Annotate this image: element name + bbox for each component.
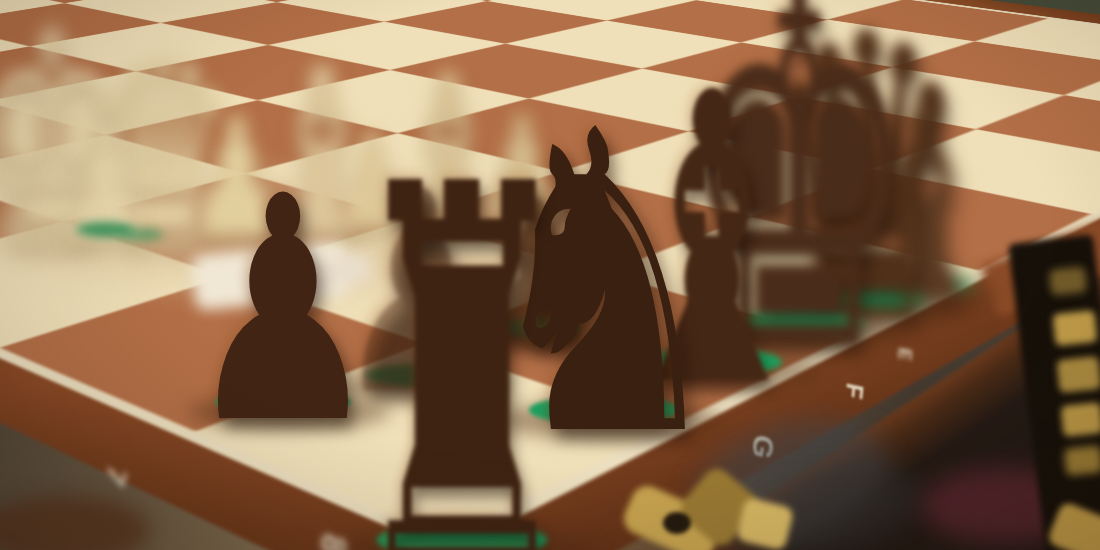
bottom-left-shadow (0, 495, 150, 550)
brass-grille-1 (1052, 310, 1097, 346)
board-squares (0, 0, 1100, 550)
dz-maroon (920, 468, 1090, 543)
chess-board (0, 0, 1100, 550)
board-frame (0, 0, 1100, 550)
brass-hardware-3 (735, 497, 794, 550)
corner-brass (1046, 501, 1100, 550)
brass-grille-2 (1056, 356, 1100, 393)
chess-photo: HGFE78 ♚♛♝♝♟♟♟♟♝♛♚♝♟♞♟♜♟ (0, 0, 1100, 550)
brass-grille-4 (1064, 445, 1100, 476)
dz-sheen-2 (752, 451, 927, 550)
brass-grille-3 (1060, 402, 1100, 437)
